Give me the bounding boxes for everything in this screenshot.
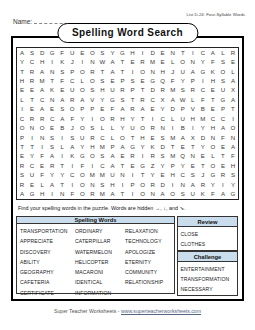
grid-cell: H	[208, 124, 218, 133]
grid-cell: H	[158, 67, 168, 76]
grid-cell: I	[117, 180, 127, 189]
grid-cell: N	[117, 171, 127, 180]
grid-cell: T	[168, 142, 178, 151]
grid-cell: A	[188, 67, 198, 76]
grid-cell: S	[67, 133, 77, 142]
word-item: APOLOGIZE	[125, 247, 174, 257]
grid-cell: H	[37, 190, 47, 199]
grid-cell: Z	[148, 161, 158, 170]
grid-cell: V	[188, 105, 198, 114]
grid-cell: S	[97, 152, 107, 161]
grid-cell: I	[168, 180, 178, 189]
grid-cell: N	[208, 133, 218, 142]
grid-cell: R	[128, 152, 138, 161]
grid-cell: S	[158, 152, 168, 161]
grid-cell: P	[17, 133, 27, 142]
grid-cell: Y	[107, 48, 117, 57]
grid-cell: D	[198, 133, 208, 142]
grid-cell: H	[188, 114, 198, 123]
grid-cell: R	[138, 95, 148, 104]
review-header: Review	[178, 217, 237, 227]
grid-cell: E	[218, 142, 228, 151]
review-box: Review CLOSECLOTHES	[177, 216, 238, 251]
grid-cell: R	[27, 114, 37, 123]
grid-cell: E	[138, 76, 148, 85]
worksheet-page: Name: List D-24: Four-Syllable Words Spe…	[0, 0, 255, 330]
grid-cell: E	[117, 152, 127, 161]
grid-cell: D	[158, 180, 168, 189]
grid-cell: R	[107, 114, 117, 123]
grid-cell: R	[158, 86, 168, 95]
grid-cell: Y	[97, 95, 107, 104]
grid-cell: M	[87, 171, 97, 180]
grid-cell: H	[228, 161, 238, 170]
grid-cell: H	[208, 76, 218, 85]
grid-cell: L	[107, 133, 117, 142]
grid-cell: L	[168, 114, 178, 123]
grid-cell: S	[218, 57, 228, 66]
grid-cell: T	[208, 95, 218, 104]
footer-link[interactable]: www.superteacherworksheets.com	[121, 308, 201, 314]
grid-cell: K	[47, 86, 57, 95]
grid-cell: Q	[178, 152, 188, 161]
grid-cell: S	[117, 95, 127, 104]
grid-cell: O	[67, 105, 77, 114]
grid-cell: C	[178, 171, 188, 180]
page-title: Spelling Word Search	[57, 23, 198, 43]
grid-cell: G	[117, 48, 127, 57]
grid-cell: S	[17, 171, 27, 180]
word-item: IDENTICAL	[75, 277, 125, 287]
word-item: HELICOPTER	[75, 257, 125, 267]
grid-cell: D	[37, 48, 47, 57]
grid-cell: A	[228, 142, 238, 151]
grid-cell: N	[188, 152, 198, 161]
grid-cell: L	[218, 48, 228, 57]
grid-cell: C	[37, 95, 47, 104]
grid-cell: V	[87, 95, 97, 104]
spelling-words-col-2: ORDINARYCATERPILLARWATERMELONHELICOPTERM…	[75, 226, 125, 298]
grid-cell: E	[27, 180, 37, 189]
grid-cell: T	[128, 133, 138, 142]
grid-cell: U	[128, 124, 138, 133]
grid-cell: M	[97, 171, 107, 180]
grid-cell: T	[188, 142, 198, 151]
grid-cell: E	[208, 86, 218, 95]
grid-cell: N	[47, 67, 57, 76]
grid-cell: S	[27, 48, 37, 57]
grid-cell: A	[138, 105, 148, 114]
grid-cell: A	[57, 114, 67, 123]
grid-cell: I	[67, 161, 77, 170]
grid-cell: E	[47, 124, 57, 133]
grid-cell: G	[208, 171, 218, 180]
grid-cell: O	[87, 152, 97, 161]
grid-cell: R	[117, 86, 127, 95]
grid-cell: E	[158, 48, 168, 57]
grid-cell: O	[228, 124, 238, 133]
grid-cell: Y	[77, 142, 87, 151]
grid-cell: R	[138, 57, 148, 66]
word-item: TRANSPORTATION	[20, 226, 75, 236]
grid-cell: C	[158, 114, 168, 123]
grid-cell: T	[198, 161, 208, 170]
grid-cell: R	[148, 124, 158, 133]
footer-text: Super Teacher Worksheets -	[54, 308, 121, 314]
grid-cell: T	[17, 142, 27, 151]
grid-cell: A	[77, 95, 87, 104]
grid-cell: L	[17, 95, 27, 104]
grid-cell: I	[128, 171, 138, 180]
grid-cell: S	[178, 190, 188, 199]
grid-cell: M	[168, 133, 178, 142]
grid-cell: T	[138, 171, 148, 180]
grid-cell: G	[107, 95, 117, 104]
grid-cell: P	[218, 105, 228, 114]
grid-cell: J	[198, 171, 208, 180]
word-item: DISCOVERY	[20, 247, 75, 257]
grid-cell: O	[138, 190, 148, 199]
grid-cell: W	[178, 95, 188, 104]
grid-cell: L	[57, 142, 67, 151]
word-item: TRANSFORMATION	[181, 274, 238, 284]
grid-cell: P	[168, 161, 178, 170]
grid-cell: U	[218, 86, 228, 95]
grid-cell: F	[37, 171, 47, 180]
grid-cell: T	[97, 67, 107, 76]
grid-cell: I	[47, 57, 57, 66]
grid-cell: T	[117, 57, 127, 66]
grid-cell: S	[228, 171, 238, 180]
grid-cell: J	[67, 57, 77, 66]
grid-cell: A	[228, 76, 238, 85]
grid-cell: B	[178, 124, 188, 133]
grid-cell: Y	[57, 171, 67, 180]
grid-cell: A	[37, 67, 47, 76]
footer: Super Teacher Worksheets - www.superteac…	[0, 308, 255, 314]
grid-cell: Y	[178, 76, 188, 85]
list-label: List D-24: Four-Syllable Words	[187, 12, 245, 17]
word-bank: Spelling Words TRANSPORTATIONAPPRECIATED…	[16, 216, 238, 294]
grid-cell: F	[228, 152, 238, 161]
grid-cell: E	[188, 161, 198, 170]
grid-cell: O	[77, 124, 87, 133]
grid-cell: R	[87, 133, 97, 142]
grid-cell: E	[148, 133, 158, 142]
grid-cell: E	[57, 86, 67, 95]
grid-cell: R	[198, 180, 208, 189]
grid-cell: P	[178, 105, 188, 114]
grid-cell: P	[67, 67, 77, 76]
grid-cell: L	[168, 57, 178, 66]
grid-cell: C	[47, 114, 57, 123]
word-item: RELAXATION	[125, 226, 174, 236]
grid-cell: F	[57, 48, 67, 57]
grid-cell: S	[158, 133, 168, 142]
grid-cell: H	[87, 142, 97, 151]
grid-cell: A	[67, 142, 77, 151]
grid-cell: L	[97, 124, 107, 133]
grid-cell: T	[218, 152, 228, 161]
grid-cell: A	[57, 95, 67, 104]
grid-cell: N	[87, 180, 97, 189]
grid-cell: E	[198, 152, 208, 161]
grid-cell: E	[47, 105, 57, 114]
challenge-words: ENTERTAINMENTTRANSFORMATIONNECESSARY	[178, 262, 237, 295]
grid-cell: F	[218, 133, 228, 142]
grid-cell: T	[138, 114, 148, 123]
grid-cell: S	[218, 76, 228, 85]
grid-cell: Q	[158, 76, 168, 85]
grid-cell: K	[57, 57, 67, 66]
grid-cell: O	[77, 171, 87, 180]
word-item: APPRECIATE	[20, 236, 75, 246]
grid-cell: E	[158, 57, 168, 66]
grid-cell: Y	[27, 152, 37, 161]
grid-cell: U	[67, 48, 77, 57]
grid-cell: N	[148, 67, 158, 76]
grid-cell: I	[27, 133, 37, 142]
main-box: ASDGFUEOSYGHIDENTICALRYCHIKJINWATERMELON…	[11, 36, 244, 301]
grid-cell: Y	[128, 114, 138, 123]
grid-cell: Y	[208, 180, 218, 189]
grid-cell: I	[17, 105, 27, 114]
grid-cell: U	[178, 67, 188, 76]
grid-cell: F	[107, 105, 117, 114]
word-item: CERTIFICATE	[20, 288, 75, 298]
grid-cell: R	[17, 180, 27, 189]
grid-cell: M	[97, 190, 107, 199]
grid-cell: F	[37, 152, 47, 161]
grid-cell: O	[218, 67, 228, 76]
grid-cell: N	[27, 124, 37, 133]
word-item: WATERMELON	[75, 247, 125, 257]
grid-cell: P	[117, 76, 127, 85]
grid-cell: M	[168, 86, 178, 95]
grid-cell: Y	[17, 57, 27, 66]
grid-cell: O	[17, 124, 27, 133]
grid-cell: A	[37, 86, 47, 95]
grid-cell: G	[198, 67, 208, 76]
grid-cell: X	[158, 95, 168, 104]
grid-cell: T	[47, 76, 57, 85]
grid-cell: E	[128, 57, 138, 66]
grid-cell: H	[138, 133, 148, 142]
grid-cell: R	[37, 114, 47, 123]
grid-cell: C	[17, 114, 27, 123]
word-item: ABILITY	[20, 257, 75, 267]
grid-cell: A	[47, 180, 57, 189]
grid-cell: I	[138, 152, 148, 161]
grid-cell: L	[208, 152, 218, 161]
word-item: CATERPILLAR	[75, 236, 125, 246]
grid-cell: R	[148, 180, 158, 189]
grid-cell: R	[228, 48, 238, 57]
grid-cell: A	[117, 142, 127, 151]
grid-cell: U	[107, 86, 117, 95]
grid-cell: Y	[158, 161, 168, 170]
grid-cell: T	[138, 86, 148, 95]
grid-cell: G	[148, 76, 158, 85]
grid-cell: E	[158, 171, 168, 180]
grid-cell: I	[138, 48, 148, 57]
word-item: ENTERTAINMENT	[181, 264, 238, 274]
grid-cell: I	[128, 190, 138, 199]
grid-cell: E	[107, 76, 117, 85]
grid-cell: T	[57, 180, 67, 189]
word-item: GEOGRAPHY	[20, 267, 75, 277]
grid-cell: A	[168, 95, 178, 104]
grid-cell: S	[87, 124, 97, 133]
grid-cell: E	[37, 161, 47, 170]
grid-cell: C	[97, 161, 107, 170]
word-item: ETERNITY	[125, 257, 174, 267]
grid-cell: R	[27, 67, 37, 76]
grid-cell: K	[148, 142, 158, 151]
grid-cell: T	[228, 105, 238, 114]
word-item: CLOSE	[181, 229, 238, 239]
grid-cell: S	[97, 180, 107, 189]
grid-cell: C	[67, 171, 77, 180]
grid-cell: A	[17, 190, 27, 199]
grid-cell: Y	[138, 142, 148, 151]
grid-cell: C	[27, 161, 37, 170]
grid-cell: R	[148, 152, 158, 161]
grid-cell: Y	[77, 114, 87, 123]
spelling-words-col-3: RELAXATIONTECHNOLOGYAPOLOGIZEETERNITYCOM…	[125, 226, 174, 298]
grid-cell: R	[218, 171, 228, 180]
grid-cell: A	[178, 133, 188, 142]
grid-cell: E	[27, 86, 37, 95]
grid-cell: I	[198, 76, 208, 85]
grid-cell: I	[77, 57, 87, 66]
grid-cell: E	[17, 86, 27, 95]
grid-cell: A	[218, 124, 228, 133]
grid-cell: O	[77, 67, 87, 76]
grid-cell: G	[228, 190, 238, 199]
grid-cell: T	[117, 67, 127, 76]
grid-cell: O	[208, 142, 218, 151]
word-item: ORDINARY	[75, 226, 125, 236]
grid-cell: A	[107, 67, 117, 76]
grid-cell: X	[228, 86, 238, 95]
grid-cell: I	[57, 152, 67, 161]
grid-cell: E	[128, 161, 138, 170]
grid-cell: S	[57, 67, 67, 76]
word-item: CAFETERIA	[20, 277, 75, 287]
grid-cell: I	[188, 124, 198, 133]
grid-cell: I	[228, 114, 238, 123]
grid-cell: H	[97, 86, 107, 95]
word-item: INFORMATION	[75, 288, 125, 298]
grid-cell: E	[178, 142, 188, 151]
grid-cell: I	[87, 114, 97, 123]
grid-cell: E	[17, 152, 27, 161]
grid-cell: R	[128, 105, 138, 114]
grid-cell: L	[37, 180, 47, 189]
grid-cell: O	[97, 114, 107, 123]
grid-cell: G	[128, 142, 138, 151]
grid-cell: O	[37, 124, 47, 133]
grid-cell: A	[117, 105, 127, 114]
grid-cell: Y	[198, 142, 208, 151]
grid-cell: K	[198, 190, 208, 199]
grid-cell: E	[97, 105, 107, 114]
grid-cell: T	[17, 67, 27, 76]
grid-cell: U	[107, 171, 117, 180]
grid-cell: G	[77, 152, 87, 161]
grid-cell: H	[17, 76, 27, 85]
grid-cell: L	[77, 76, 87, 85]
grid-cell: Y	[178, 161, 188, 170]
spelling-words-header: Spelling Words	[17, 217, 174, 224]
grid-cell: O	[178, 57, 188, 66]
grid-cell: N	[87, 57, 97, 66]
grid-cell: I	[67, 180, 77, 189]
challenge-box: Challenge ENTERTAINMENTTRANSFORMATIONNEC…	[177, 251, 238, 296]
grid-cell: N	[228, 133, 238, 142]
grid-cell: P	[87, 105, 97, 114]
grid-cell: S	[87, 86, 97, 95]
challenge-header: Challenge	[178, 252, 237, 262]
grid-cell: A	[188, 180, 198, 189]
grid-cell: F	[77, 161, 87, 170]
grid-cell: A	[107, 152, 117, 161]
grid-cell: A	[107, 57, 117, 66]
grid-cell: P	[128, 86, 138, 95]
grid-cell: A	[107, 190, 117, 199]
grid-cell: F	[208, 57, 218, 66]
grid-cell: O	[168, 190, 178, 199]
grid-cell: H	[128, 48, 138, 57]
grid-cell: L	[188, 95, 198, 104]
grid-cell: R	[188, 86, 198, 95]
grid-cell: E	[228, 57, 238, 66]
review-words: CLOSECLOTHES	[178, 227, 237, 250]
grid-cell: P	[188, 76, 198, 85]
top-row: Name: List D-24: Four-Syllable Words	[13, 10, 245, 20]
grid-cell: I	[128, 67, 138, 76]
grid-cell: O	[77, 86, 87, 95]
grid-cell: G	[27, 190, 37, 199]
grid-cell: P	[128, 180, 138, 189]
grid-cell: U	[77, 133, 87, 142]
grid-cell: T	[117, 190, 127, 199]
word-item: CLOTHES	[181, 239, 238, 249]
grid-cell: D	[148, 86, 158, 95]
grid-cell: I	[37, 142, 47, 151]
grid-cell: R	[87, 190, 97, 199]
grid-cell: N	[148, 190, 158, 199]
grid-cell: S	[47, 133, 57, 142]
grid-cell: R	[27, 76, 37, 85]
grid-cell: C	[218, 114, 228, 123]
grid-cell: E	[77, 48, 87, 57]
grid-cell: I	[188, 48, 198, 57]
grid-cell: P	[107, 142, 117, 151]
grid-cell: A	[37, 105, 47, 114]
grid-cell: C	[198, 86, 208, 95]
grid-cell: H	[107, 180, 117, 189]
word-item: TECHNOLOGY	[125, 236, 174, 246]
word-item: MACARONI	[75, 267, 125, 277]
grid-cell: M	[168, 152, 178, 161]
grid-cell: C	[148, 95, 158, 104]
grid-cell: G	[138, 161, 148, 170]
spelling-words-box: Spelling Words TRANSPORTATIONAPPRECIATED…	[16, 216, 175, 294]
grid-cell: O	[87, 76, 97, 85]
grid-cell: Y	[228, 180, 238, 189]
